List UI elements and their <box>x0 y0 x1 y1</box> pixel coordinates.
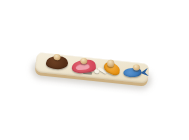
drumstick-bone-knuckle <box>94 69 99 74</box>
puzzle-piece-fish[interactable] <box>122 65 149 81</box>
puzzle-piece-ham-slice[interactable] <box>71 59 96 74</box>
drumstick-knob-handle[interactable] <box>107 60 115 67</box>
puzzle-piece-chicken-drumstick[interactable] <box>94 60 121 77</box>
product-photo-scene <box>0 0 189 140</box>
puzzle-board <box>34 52 149 92</box>
puzzle-piece-steak[interactable] <box>45 55 68 70</box>
